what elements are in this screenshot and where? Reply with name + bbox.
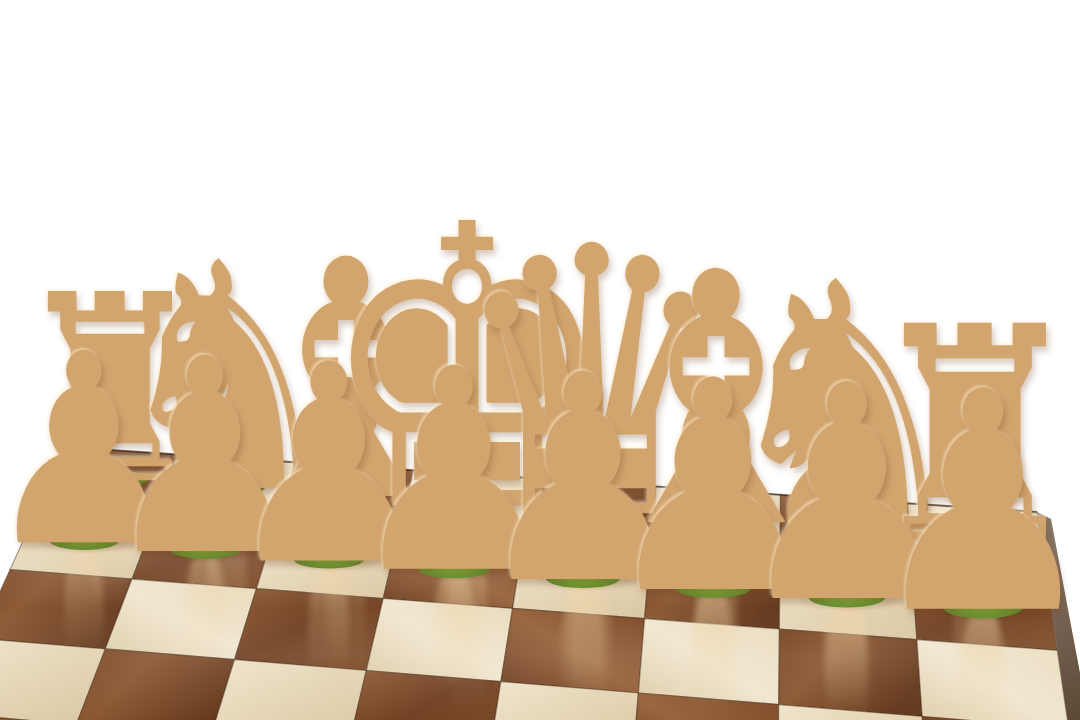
chess-set-product-photo: ♜♞♝♚♛♝♞♜♟♟♟♟♟♟♟♟ (0, 0, 1080, 720)
board-gloss-sheen (0, 447, 1080, 720)
chessboard (0, 0, 1080, 720)
